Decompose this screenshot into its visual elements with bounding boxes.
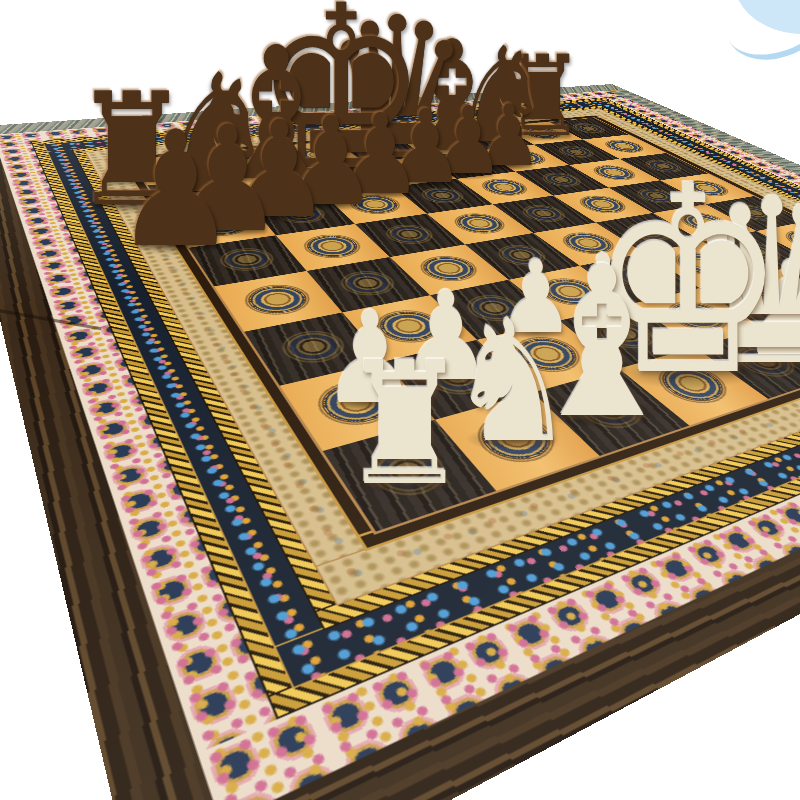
medallion-ornament (362, 304, 456, 350)
watermark-swoosh-arc (718, 0, 800, 72)
medallion-ornament (371, 220, 448, 250)
medallion-ornament (240, 174, 309, 198)
medallion-ornament (325, 264, 411, 303)
medallion-ornament (219, 151, 284, 172)
chess-set-photo: ♜♞♝♚♛♝♞♜♟♟♟♟♟♟♟♟♜♞♝♚♛♟♟♟♟♟♟ (0, 0, 800, 800)
medallion-ornament (233, 279, 323, 321)
medallion-ornament (350, 140, 411, 159)
watermark-swoosh (680, 0, 800, 80)
medallion-ornament (265, 201, 339, 229)
medallion-ornament (340, 192, 412, 218)
medallion-ornament (408, 184, 478, 208)
medallion-ornament (265, 322, 363, 373)
chess-board (0, 84, 800, 800)
medallion-ornament (206, 242, 289, 278)
medallion-ornament (409, 134, 469, 152)
medallion-ornament (406, 350, 510, 406)
medallion-ornament (407, 251, 490, 286)
medallion-ornament (287, 145, 350, 165)
medallion-ornament (312, 167, 379, 190)
medallion-ornament (145, 158, 212, 181)
medallion-ornament (302, 373, 411, 436)
medallion-ornament (163, 182, 234, 208)
medallion-ornament (183, 210, 259, 240)
medallion-ornament (348, 434, 469, 512)
medallion-ornament (293, 230, 373, 263)
medallion-ornament (377, 160, 442, 181)
